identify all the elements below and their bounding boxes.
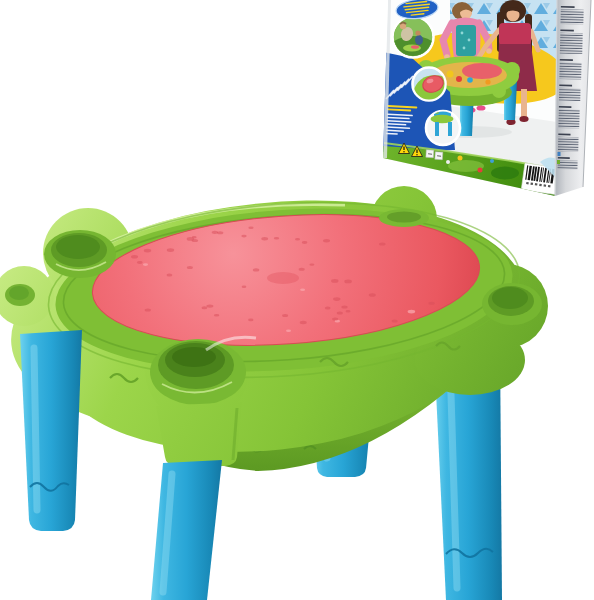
- lid-bump: [429, 302, 435, 305]
- lid-bump: [241, 235, 246, 238]
- girl-left-vest: [456, 25, 476, 56]
- barcode-digits: [530, 182, 533, 185]
- inset-photo-lid: [413, 68, 447, 103]
- side-text-heading: [560, 30, 573, 32]
- lid-bump: [299, 268, 305, 271]
- side-text-heading: [560, 59, 573, 61]
- side-text-block: [559, 88, 581, 101]
- side-text-block: [558, 160, 578, 169]
- safety-pictogram: [435, 152, 443, 160]
- lid-bump: [187, 266, 193, 269]
- side-text-block: [559, 62, 581, 79]
- girl-right-shoe: [519, 116, 528, 122]
- lid-bump: [143, 263, 148, 266]
- leg-socket: [156, 402, 242, 466]
- lid-bump: [309, 263, 314, 265]
- corner-cup-back: [379, 209, 429, 227]
- side-text-heading: [561, 6, 575, 8]
- lid-bump: [346, 310, 351, 313]
- lid-bump: [167, 274, 173, 277]
- lid-bump: [408, 310, 416, 314]
- lid-bump: [212, 231, 218, 234]
- lid-bump: [302, 241, 308, 244]
- lid-bump: [145, 309, 151, 312]
- barcode-digits: [535, 183, 538, 186]
- lid-bump: [253, 268, 259, 271]
- lid-bump: [295, 238, 300, 241]
- lid-bump: [392, 319, 398, 322]
- lid-bump: [341, 306, 347, 309]
- lid-bump: [131, 255, 138, 259]
- photo-toy: [456, 76, 462, 82]
- lid-bump: [192, 239, 198, 242]
- corner-cup-front-left: [150, 339, 246, 405]
- lid-bump: [261, 237, 268, 240]
- product-photo-canvas: [0, 0, 594, 600]
- photo-toy: [447, 71, 454, 78]
- lid-bump: [274, 237, 279, 240]
- barcode-digits: [526, 182, 529, 185]
- lid-bump: [206, 304, 213, 307]
- barcode-digits: [544, 184, 547, 187]
- lid-bump: [300, 321, 307, 324]
- lid-bump: [332, 318, 338, 321]
- table-leg-left: [20, 330, 82, 531]
- corner-cup-right: [482, 283, 542, 325]
- girl-right-leg: [521, 89, 527, 117]
- side-text-block: [560, 9, 583, 24]
- barcode-digits: [548, 185, 551, 188]
- lid-bump: [242, 286, 247, 288]
- lid-bump: [331, 279, 338, 283]
- side-panel-mark: [557, 160, 560, 164]
- lid-bump: [137, 261, 143, 264]
- corner-cup-back-left: [44, 230, 116, 278]
- lid-bump: [300, 289, 305, 291]
- lid-center-cap: [267, 272, 299, 284]
- lid-bump: [323, 239, 330, 242]
- photo-toy: [467, 77, 473, 83]
- lid-bump: [248, 227, 253, 230]
- side-text-block: [560, 33, 583, 54]
- lid-bump: [344, 280, 352, 284]
- lid-bump: [248, 319, 253, 322]
- side-cup-left: [5, 284, 35, 306]
- inset-child-figure: [415, 35, 423, 45]
- photo-table-lid: [462, 63, 502, 79]
- barcode-digits: [539, 184, 542, 187]
- side-text-block: [558, 137, 579, 152]
- lid-bump: [369, 293, 376, 297]
- band-table-aerial: [491, 167, 519, 180]
- product-photo: [0, 0, 594, 600]
- side-text-heading: [558, 134, 570, 136]
- girl-right-top: [499, 23, 531, 46]
- lid-bump: [333, 297, 340, 301]
- safety-pictogram: [426, 150, 434, 158]
- lid-bump: [337, 312, 343, 315]
- girl-left-shoe: [477, 105, 486, 110]
- lid-bump: [214, 314, 219, 317]
- side-text-heading: [559, 106, 572, 108]
- inset-storage-lid: [431, 115, 454, 123]
- side-text-heading: [558, 157, 570, 159]
- lid-bump: [286, 329, 291, 332]
- side-panel-mark: [558, 152, 561, 156]
- side-text-heading: [559, 85, 572, 87]
- side-text-block: [558, 109, 579, 128]
- inset-storage-leg: [448, 122, 452, 136]
- lid-bump: [144, 249, 151, 253]
- lid-bump: [325, 307, 331, 310]
- photo-toy: [485, 79, 490, 84]
- lid-bump: [379, 242, 386, 245]
- lid-bump: [202, 306, 208, 309]
- inset-storage-leg: [435, 122, 439, 136]
- lid-bump: [282, 314, 288, 317]
- lid-bump: [217, 231, 223, 234]
- lid-bump: [167, 248, 174, 252]
- girl-left-hand: [486, 48, 492, 54]
